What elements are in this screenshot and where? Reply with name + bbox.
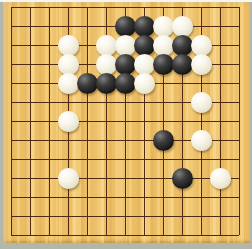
black-stone [134, 35, 155, 56]
grid-line-horizontal-8 [11, 159, 239, 160]
grid-line-vertical-12 [239, 7, 240, 235]
white-stone [134, 73, 155, 94]
black-stone [153, 54, 174, 75]
white-stone [210, 168, 231, 189]
grid-line-horizontal-12 [11, 235, 239, 236]
white-stone [191, 92, 212, 113]
black-stone [153, 130, 174, 151]
white-stone [153, 16, 174, 37]
black-stone [172, 54, 193, 75]
white-stone [58, 54, 79, 75]
black-stone [115, 16, 136, 37]
black-stone [77, 73, 98, 94]
app-window [0, 0, 252, 249]
white-stone [191, 130, 212, 151]
white-stone [153, 35, 174, 56]
black-stone [115, 54, 136, 75]
white-stone [96, 35, 117, 56]
white-stone [115, 35, 136, 56]
grid-line-horizontal-10 [11, 197, 239, 198]
white-stone [58, 168, 79, 189]
white-stone [58, 111, 79, 132]
white-stone [96, 54, 117, 75]
black-stone [134, 16, 155, 37]
grid-line-vertical-11 [220, 7, 221, 235]
white-stone [58, 73, 79, 94]
go-board[interactable] [3, 2, 250, 243]
white-stone [191, 35, 212, 56]
grid-line-horizontal-6 [11, 121, 239, 122]
black-stone [172, 35, 193, 56]
grid-line-horizontal-11 [11, 216, 239, 217]
white-stone [58, 35, 79, 56]
white-stone [134, 54, 155, 75]
black-stone [96, 73, 117, 94]
black-stone [115, 73, 136, 94]
grid-line-horizontal-9 [11, 178, 239, 179]
white-stone [172, 16, 193, 37]
black-stone [172, 168, 193, 189]
white-stone [191, 54, 212, 75]
